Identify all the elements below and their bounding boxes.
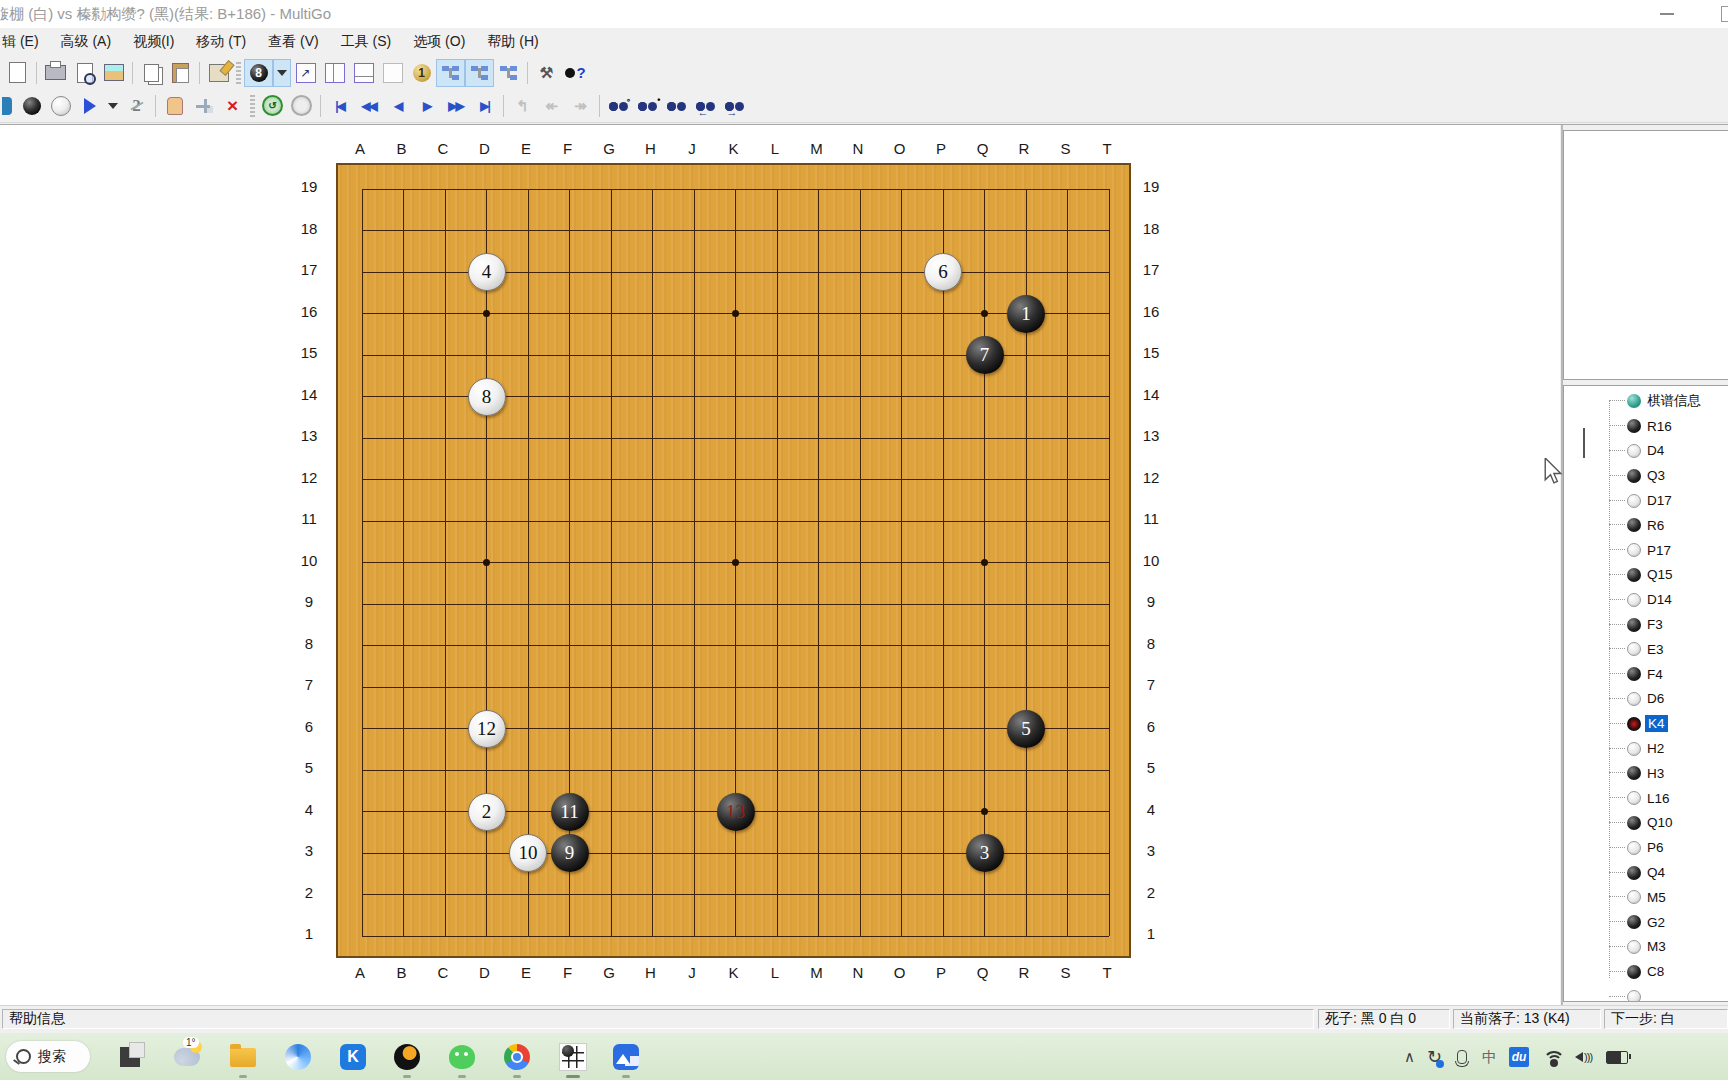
running-indicator	[622, 1075, 630, 1078]
tree-node-H3[interactable]: H3	[1564, 761, 1728, 786]
taskbar-app-browser-swirl[interactable]	[282, 1041, 314, 1073]
edit-board-icon[interactable]	[205, 60, 232, 86]
grid-line-horizontal	[362, 687, 1109, 688]
weather-badge: 1°	[183, 1037, 199, 1048]
coord-row-2-right: 2	[1138, 884, 1164, 901]
coord-col-T-top: T	[1097, 140, 1117, 157]
tree-stub	[1609, 400, 1625, 402]
tree-node-label: P17	[1647, 543, 1671, 558]
coord-col-E-top: E	[516, 140, 536, 157]
coord-col-E-bottom: E	[516, 964, 536, 981]
tree-stub	[1609, 996, 1625, 998]
split-vertical-box-icon[interactable]	[321, 60, 348, 86]
coord-col-S-bottom: S	[1056, 964, 1076, 981]
tree-node-label: H2	[1647, 741, 1664, 756]
white-stone-icon	[1627, 444, 1641, 458]
coord-row-6-left: 6	[296, 718, 322, 735]
tree-node-D4[interactable]: D4	[1564, 439, 1728, 464]
coord-col-N-bottom: N	[848, 964, 868, 981]
coord-row-13-left: 13	[296, 427, 322, 444]
nav-next-fast-icon[interactable]: ▶▶	[442, 93, 469, 119]
tree-node-label: F3	[1647, 617, 1663, 632]
taskbar-app-weather[interactable]: 1°	[171, 1041, 203, 1073]
running-indicator	[566, 1075, 580, 1078]
tree-node-label: K4	[1645, 715, 1668, 732]
tree-node-K4[interactable]: K4	[1564, 711, 1728, 736]
tree-stub	[1609, 524, 1625, 526]
tree-node-label: 棋谱信息	[1647, 392, 1701, 410]
pass-two-icon[interactable]: 2	[123, 93, 150, 119]
tree-node-C8[interactable]: C8	[1564, 959, 1728, 984]
coord-row-5-right: 5	[1138, 759, 1164, 776]
coord-row-14-left: 14	[296, 386, 322, 403]
tree-node-label: G2	[1647, 915, 1665, 930]
maximize-button[interactable]	[1721, 6, 1728, 22]
coord-row-11-left: 11	[296, 510, 322, 527]
find-prev-icon[interactable]: ←	[692, 93, 719, 119]
tree-node-label: R16	[1647, 419, 1672, 434]
tree-stub	[1609, 946, 1625, 948]
find-icon[interactable]	[663, 93, 690, 119]
coord-col-O-bottom: O	[890, 964, 910, 981]
taskbar: 搜索 1°K ∧↻中du))) 2023/	[0, 1033, 1728, 1080]
nav-last-icon[interactable]: ▶|	[471, 93, 498, 119]
stone-white-D17-move-4[interactable]: 4	[468, 253, 506, 291]
tree-plain-icon[interactable]	[495, 60, 522, 86]
tree-node-E3[interactable]: E3	[1564, 637, 1728, 662]
tree-node-game-info[interactable]: 棋谱信息	[1564, 389, 1728, 414]
tree-stub	[1609, 425, 1625, 427]
taskbar-app-k-app[interactable]: K	[337, 1041, 369, 1073]
status-next-player: 下一步: 白	[1604, 1009, 1728, 1029]
coord-row-7-right: 7	[1138, 676, 1164, 693]
tree-node-F3[interactable]: F3	[1564, 612, 1728, 637]
black-stone-icon	[1627, 568, 1641, 582]
tree-node-label: Q4	[1647, 865, 1665, 880]
stone-white-D4-move-2[interactable]: 2	[468, 793, 506, 831]
stone-white-D6-move-12[interactable]: 12	[468, 710, 506, 748]
blank-box-icon[interactable]	[379, 60, 406, 86]
taskbar-app-file-explorer[interactable]	[227, 1041, 259, 1073]
triangle-mark-icon[interactable]	[76, 93, 103, 119]
tree-stub	[1609, 772, 1625, 774]
task-view-icon	[120, 1047, 140, 1067]
toolbar-divider	[0, 122, 1728, 123]
coord-row-16-left: 16	[296, 303, 322, 320]
tray-battery-icon[interactable]	[1606, 1051, 1628, 1064]
running-indicator	[458, 1075, 466, 1078]
toolbar-grip	[236, 62, 241, 84]
find-white-stone-icon[interactable]: ∘	[605, 93, 632, 119]
toolbar-separator	[132, 62, 133, 84]
stone-black-Q15-move-7[interactable]: 7	[966, 336, 1004, 374]
board-panel: 12345678910111213 AABBCCDDEEFFGGHHJJKKLL…	[0, 125, 1560, 1005]
move-number-stone-icon[interactable]: 8	[245, 60, 272, 86]
taskbar-app-multigo[interactable]	[557, 1041, 589, 1073]
coord-row-8-right: 8	[1138, 635, 1164, 652]
coord-row-9-right: 9	[1138, 593, 1164, 610]
taskbar-app-wechat[interactable]	[446, 1041, 478, 1073]
tree-node-label: Q3	[1647, 468, 1665, 483]
multigo-window: 旇棚 (白) vs 榛勬构缵? (黑)(结果: B+186) - MultiGo…	[0, 0, 1728, 1080]
paste-icon[interactable]	[167, 60, 194, 86]
find-next-icon[interactable]: →	[721, 93, 748, 119]
white-stone-icon	[1627, 940, 1641, 954]
black-stone-icon	[1627, 816, 1641, 830]
grid-line-horizontal	[362, 645, 1109, 646]
tray-sync-icon[interactable]: ↻	[1427, 1046, 1442, 1068]
black-stone-icon[interactable]	[18, 93, 45, 119]
coord-row-6-right: 6	[1138, 718, 1164, 735]
branch-prev-icon[interactable]: ↞	[538, 93, 565, 119]
toolbar-separator	[320, 95, 321, 117]
tree-node-label: L16	[1647, 791, 1670, 806]
title-bar[interactable]: 旇棚 (白) vs 榛勬构缵? (黑)(结果: B+186) - MultiGo	[0, 0, 1728, 28]
coord-col-D-bottom: D	[475, 964, 495, 981]
coord-col-Q-top: Q	[973, 140, 993, 157]
stone-white-D14-move-8[interactable]: 8	[468, 378, 506, 416]
star-point-Q10	[981, 559, 988, 566]
tree-stub	[1609, 797, 1625, 799]
coord-col-S-top: S	[1056, 140, 1076, 157]
coord-col-G-bottom: G	[599, 964, 619, 981]
tree-node-label: R6	[1647, 518, 1664, 533]
tree-stub	[1609, 723, 1625, 725]
coord-col-H-top: H	[641, 140, 661, 157]
tree-node-Q4[interactable]: Q4	[1564, 860, 1728, 885]
goto-gray-icon[interactable]	[288, 93, 315, 119]
coord-col-K-top: K	[724, 140, 744, 157]
search-label: 搜索	[38, 1048, 66, 1066]
copy-icon[interactable]	[138, 60, 165, 86]
new-file-icon[interactable]	[4, 60, 31, 86]
coord-row-18-right: 18	[1138, 220, 1164, 237]
tray-chevron-up-icon[interactable]: ∧	[1404, 1048, 1415, 1066]
find-black-stone-icon[interactable]: •	[634, 93, 661, 119]
tree-stub	[1609, 648, 1625, 650]
tree-node-L16[interactable]: L16	[1564, 786, 1728, 811]
splitter-handle[interactable]	[1583, 428, 1585, 458]
grid-line-vertical	[1109, 189, 1110, 936]
white-stone-icon	[1627, 742, 1641, 756]
k-app-icon: K	[340, 1044, 366, 1070]
menu-bar: 辑 (E)高级 (A)视频(I)移动 (T)查看 (V)工具 (S)选项 (O)…	[0, 28, 1728, 56]
tree-node-R6[interactable]: R6	[1564, 513, 1728, 538]
toolbar-separator	[155, 95, 156, 117]
coord-row-3-right: 3	[1138, 842, 1164, 859]
white-stone-icon	[1627, 494, 1641, 508]
tree-stub	[1609, 574, 1625, 576]
coord-col-P-top: P	[931, 140, 951, 157]
split-horizontal-box-icon[interactable]	[350, 60, 377, 86]
grid-line-horizontal	[362, 770, 1109, 771]
menu-item-4[interactable]: 移动 (T)	[185, 29, 257, 55]
coord-col-P-bottom: P	[931, 964, 951, 981]
tray-volume-icon[interactable]: )))	[1575, 1051, 1592, 1063]
toolbar-navigation: 2×↺|◀◀◀◀▶▶▶▶|↰↞↠∘•←→	[0, 89, 1728, 122]
grid-line-vertical	[1067, 189, 1068, 936]
coord-row-12-left: 12	[296, 469, 322, 486]
toolbar-separator	[199, 62, 200, 84]
coord-row-14-right: 14	[1138, 386, 1164, 403]
nav-prev-icon[interactable]: ◀	[384, 93, 411, 119]
dropdown-arrow2-icon[interactable]	[105, 93, 121, 119]
menu-item-2[interactable]: 高级 (A)	[50, 29, 123, 55]
print-preview-icon[interactable]	[71, 60, 98, 86]
black-stone-icon	[1627, 667, 1641, 681]
grid-line-horizontal	[362, 604, 1109, 605]
white-stone-icon	[1627, 543, 1641, 557]
tree-node-F4[interactable]: F4	[1564, 662, 1728, 687]
browser-swirl-icon	[285, 1044, 311, 1070]
tree-node-label: P6	[1647, 840, 1664, 855]
grid-line-horizontal	[362, 894, 1109, 895]
tree-stub	[1609, 500, 1625, 502]
tree-node-P6[interactable]: P6	[1564, 835, 1728, 860]
coord-row-10-right: 10	[1138, 552, 1164, 569]
coord-col-M-top: M	[807, 140, 827, 157]
white-stone-icon	[1627, 890, 1641, 904]
insert-move-icon[interactable]	[190, 93, 217, 119]
white-stone-icon	[1627, 990, 1641, 1002]
info-icon	[1627, 394, 1641, 408]
black-stone-icon	[1627, 965, 1641, 979]
file-explorer-icon	[230, 1048, 256, 1067]
tree-node-G2[interactable]: G2	[1564, 910, 1728, 935]
grid-line-vertical	[943, 189, 944, 936]
window-title: 旇棚 (白) vs 榛勬构缵? (黑)(结果: B+186) - MultiGo	[0, 5, 331, 24]
tree-node-label: D4	[1647, 443, 1664, 458]
star-point-K16	[732, 310, 739, 317]
taskbar-app-mountain-app[interactable]	[610, 1041, 642, 1073]
coord-col-L-top: L	[765, 140, 785, 157]
white-stone-icon	[1627, 593, 1641, 607]
running-indicator	[239, 1075, 247, 1078]
black-stone-icon	[1627, 717, 1641, 731]
branch-next-icon[interactable]: ↠	[567, 93, 594, 119]
toolbar-grip	[250, 95, 255, 117]
star-point-Q16	[981, 310, 988, 317]
menu-item-5[interactable]: 查看 (V)	[257, 29, 330, 55]
coord-row-15-left: 15	[296, 344, 322, 361]
menu-item-3[interactable]: 视频(I)	[122, 29, 185, 55]
tree-node-Q10[interactable]: Q10	[1564, 811, 1728, 836]
coord-row-16-right: 16	[1138, 303, 1164, 320]
help-icon[interactable]: ?	[562, 60, 589, 86]
coord-row-19-left: 19	[296, 178, 322, 195]
menu-item-6[interactable]: 工具 (S)	[330, 29, 403, 55]
tray-ime-icon[interactable]: 中	[1482, 1048, 1497, 1067]
tree-node-H2[interactable]: H2	[1564, 736, 1728, 761]
system-tray: ∧↻中du)))	[1398, 1041, 1636, 1073]
tree-layout-a-icon[interactable]	[437, 60, 464, 86]
grid-line-vertical	[818, 189, 819, 936]
delete-x-icon[interactable]: ×	[219, 93, 246, 119]
coord-col-L-bottom: L	[765, 964, 785, 981]
grid-line-vertical	[901, 189, 902, 936]
coord-row-2-left: 2	[296, 884, 322, 901]
coord-col-J-bottom: J	[682, 964, 702, 981]
status-captures: 死子: 黑 0 白 0	[1318, 1009, 1450, 1029]
tray-wifi-icon[interactable]	[1543, 1051, 1561, 1063]
coord-row-17-right: 17	[1138, 261, 1164, 278]
status-help: 帮助信息	[2, 1009, 1314, 1029]
coord-col-Q-bottom: Q	[973, 964, 993, 981]
coord-row-5-left: 5	[296, 759, 322, 776]
tree-node-label: C8	[1647, 964, 1664, 979]
goto-green-icon[interactable]: ↺	[259, 93, 286, 119]
coord-col-R-bottom: R	[1014, 964, 1034, 981]
coord-col-B-bottom: B	[392, 964, 412, 981]
black-stone-icon	[1627, 518, 1641, 532]
stone-white-E3-move-10[interactable]: 10	[509, 834, 547, 872]
tree-stub	[1609, 896, 1625, 898]
tree-node-P17[interactable]: P17	[1564, 538, 1728, 563]
tree-node-label: D6	[1647, 691, 1664, 706]
stone-black-K4-move-13[interactable]: 13	[717, 793, 755, 831]
stone-black-R6-move-5[interactable]: 5	[1007, 710, 1045, 748]
stone-black-F4-move-11[interactable]: 11	[551, 793, 589, 831]
tree-node-Q3[interactable]: Q3	[1564, 463, 1728, 488]
coord-row-13-right: 13	[1138, 427, 1164, 444]
coord-row-1-right: 1	[1138, 925, 1164, 942]
coord-col-D-top: D	[475, 140, 495, 157]
tree-node-label: Q10	[1647, 815, 1673, 830]
tree-node-label: F4	[1647, 667, 1663, 682]
tree-stub	[1609, 624, 1625, 626]
nav-first-icon[interactable]: |◀	[326, 93, 353, 119]
taskbar-search[interactable]: 搜索	[6, 1041, 90, 1072]
tree-layout-b-icon[interactable]	[466, 60, 493, 86]
tree-node-partial[interactable]	[1564, 984, 1728, 1002]
tree-node-label: E3	[1647, 642, 1664, 657]
tree-node-label: D17	[1647, 493, 1672, 508]
search-icon	[16, 1049, 31, 1064]
coord-row-1-left: 1	[296, 925, 322, 942]
toolbar-separator	[527, 62, 528, 84]
tree-node-Q15[interactable]: Q15	[1564, 563, 1728, 588]
print-icon[interactable]	[42, 60, 69, 86]
move-tree-panel: 棋谱信息R16D4Q3D17R6P17Q15D14F3E3F4D6K4H2H3L…	[1563, 385, 1728, 1002]
stone-black-F3-move-9[interactable]: 9	[551, 834, 589, 872]
toolbar-separator	[503, 95, 504, 117]
dropdown-arrow-icon[interactable]	[274, 60, 290, 86]
tools-icon[interactable]: ⚒	[533, 60, 560, 86]
star-point-Q4	[981, 808, 988, 815]
black-stone-icon	[1627, 469, 1641, 483]
grid-line-horizontal	[362, 936, 1109, 937]
tree-node-D6[interactable]: D6	[1564, 687, 1728, 712]
tree-node-label: M5	[1647, 890, 1666, 905]
stone-black-R16-move-1[interactable]: 1	[1007, 295, 1045, 333]
go-board[interactable]: 12345678910111213	[336, 163, 1131, 958]
black-stone-icon	[1627, 419, 1641, 433]
coord-col-C-top: C	[433, 140, 453, 157]
weather-icon: 1°	[174, 1048, 200, 1066]
tree-node-D17[interactable]: D17	[1564, 488, 1728, 513]
tree-stub	[1609, 847, 1625, 849]
black-stone-icon	[1627, 766, 1641, 780]
menu-item-8[interactable]: 帮助 (H)	[476, 29, 549, 55]
minimize-button[interactable]	[1660, 13, 1674, 15]
mountain-app-icon	[613, 1044, 639, 1070]
coord-row-11-right: 11	[1138, 510, 1164, 527]
status-bar: 帮助信息 死子: 黑 0 白 0 当前落子: 13 (K4) 下一步: 白	[0, 1005, 1728, 1034]
white-stone-icon[interactable]	[47, 93, 74, 119]
tree-node-M5[interactable]: M5	[1564, 885, 1728, 910]
grid-line-vertical	[777, 189, 778, 936]
tree-node-D14[interactable]: D14	[1564, 587, 1728, 612]
export-image-icon[interactable]	[100, 60, 127, 86]
coord-col-B-top: B	[392, 140, 412, 157]
tree-node-label: Q15	[1647, 567, 1673, 582]
coord-row-4-left: 4	[296, 801, 322, 818]
toolbar-separator	[599, 95, 600, 117]
coord-row-12-right: 12	[1138, 469, 1164, 486]
coord-col-G-top: G	[599, 140, 619, 157]
tree-stub	[1609, 748, 1625, 750]
tree-node-M3[interactable]: M3	[1564, 935, 1728, 960]
tree-node-label: H3	[1647, 766, 1664, 781]
partial-left-icon[interactable]	[4, 93, 16, 119]
coord-row-7-left: 7	[296, 676, 322, 693]
star-point-D16	[483, 310, 490, 317]
menu-item-1[interactable]: 辑 (E)	[0, 29, 50, 55]
taskbar-app-task-view[interactable]	[114, 1041, 146, 1073]
coord-col-F-bottom: F	[558, 964, 578, 981]
comment-panel[interactable]	[1563, 130, 1728, 380]
stone-white-P17-move-6[interactable]: 6	[924, 253, 962, 291]
tree-node-R16[interactable]: R16	[1564, 414, 1728, 439]
tree-node-label: D14	[1647, 592, 1672, 607]
nav-prev-fast-icon[interactable]: ◀◀	[355, 93, 382, 119]
coord-col-T-bottom: T	[1097, 964, 1117, 981]
coord-row-4-right: 4	[1138, 801, 1164, 818]
menu-item-7[interactable]: 选项 (O)	[402, 29, 476, 55]
white-stone-icon	[1627, 791, 1641, 805]
taskbar-app-chrome[interactable]	[501, 1041, 533, 1073]
black-stone-icon	[1627, 618, 1641, 632]
grid-line-vertical	[860, 189, 861, 936]
black-stone-icon	[1627, 866, 1641, 880]
stone-black-Q3-move-3[interactable]: 3	[966, 834, 1004, 872]
mark-arrow-box-icon[interactable]	[292, 60, 319, 86]
wechat-icon	[449, 1045, 475, 1069]
coord-col-J-top: J	[682, 140, 702, 157]
tree-stub	[1609, 698, 1625, 700]
nav-next-icon[interactable]: ▶	[413, 93, 440, 119]
tray-baidu-ime-icon[interactable]: du	[1509, 1047, 1529, 1067]
black-stone-icon	[1627, 915, 1641, 929]
taskbar-app-dark-app[interactable]	[391, 1041, 423, 1073]
tree-stub	[1609, 872, 1625, 874]
coord-row-18-left: 18	[296, 220, 322, 237]
branch-up-icon[interactable]: ↰	[509, 93, 536, 119]
hand-icon[interactable]	[161, 93, 188, 119]
coin-one-icon[interactable]: 1	[408, 60, 435, 86]
tree-stub	[1609, 450, 1625, 452]
tree-stub	[1609, 921, 1625, 923]
coord-row-10-left: 10	[296, 552, 322, 569]
white-stone-icon	[1627, 692, 1641, 706]
mouse-cursor	[1543, 458, 1563, 486]
white-stone-icon	[1627, 642, 1641, 656]
tray-microphone-icon[interactable]	[1457, 1050, 1467, 1064]
tree-stub	[1609, 475, 1625, 477]
coord-col-R-top: R	[1014, 140, 1034, 157]
toolbar-separator	[36, 62, 37, 84]
tree-stub	[1609, 673, 1625, 675]
